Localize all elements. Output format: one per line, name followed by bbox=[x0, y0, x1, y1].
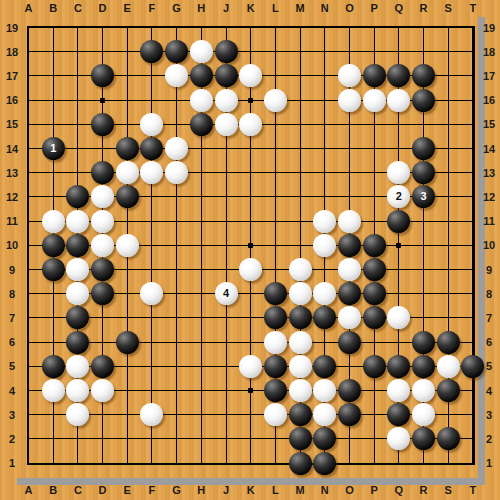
coord-label-left-4: 4 bbox=[1, 385, 23, 397]
stone-black-l4[interactable] bbox=[264, 379, 287, 402]
stone-white-h18[interactable] bbox=[190, 40, 213, 63]
stone-white-p16[interactable] bbox=[363, 89, 386, 112]
coord-label-right-3: 3 bbox=[479, 409, 499, 421]
coord-label-bottom-b: B bbox=[46, 484, 60, 496]
star-point bbox=[248, 243, 253, 248]
coord-label-bottom-l: L bbox=[268, 484, 282, 496]
coord-label-top-t: T bbox=[466, 2, 480, 14]
coord-label-left-14: 14 bbox=[1, 143, 23, 155]
stone-white-e10[interactable] bbox=[116, 234, 139, 257]
coord-label-bottom-p: P bbox=[367, 484, 381, 496]
stone-black-r6[interactable] bbox=[412, 331, 435, 354]
star-point bbox=[248, 98, 253, 103]
stone-black-l8[interactable] bbox=[264, 282, 287, 305]
move-number-label: 2 bbox=[396, 190, 402, 202]
stone-white-o16[interactable] bbox=[338, 89, 361, 112]
stone-black-j18[interactable] bbox=[215, 40, 238, 63]
stone-black-n1[interactable] bbox=[313, 452, 336, 475]
stone-white-j15[interactable] bbox=[215, 113, 238, 136]
stone-black-d9[interactable] bbox=[91, 258, 114, 281]
stone-white-s5[interactable] bbox=[437, 355, 460, 378]
stone-white-m9[interactable] bbox=[289, 258, 312, 281]
stone-white-n11[interactable] bbox=[313, 210, 336, 233]
stone-white-n10[interactable] bbox=[313, 234, 336, 257]
stone-white-q16[interactable] bbox=[387, 89, 410, 112]
stone-black-b10[interactable] bbox=[42, 234, 65, 257]
coord-label-right-19: 19 bbox=[479, 22, 499, 34]
coord-label-bottom-s: S bbox=[441, 484, 455, 496]
coord-label-right-1: 1 bbox=[479, 457, 499, 469]
coord-label-left-5: 5 bbox=[1, 360, 23, 372]
coord-label-right-15: 15 bbox=[479, 118, 499, 130]
stone-black-h15[interactable] bbox=[190, 113, 213, 136]
stone-white-d4[interactable] bbox=[91, 379, 114, 402]
stone-black-p5[interactable] bbox=[363, 355, 386, 378]
coord-label-bottom-n: N bbox=[318, 484, 332, 496]
coord-label-top-f: F bbox=[145, 2, 159, 14]
stone-black-e6[interactable] bbox=[116, 331, 139, 354]
stone-black-p9[interactable] bbox=[363, 258, 386, 281]
coord-label-right-16: 16 bbox=[479, 94, 499, 106]
coord-label-left-9: 9 bbox=[1, 264, 23, 276]
coord-label-right-4: 4 bbox=[479, 385, 499, 397]
stone-black-o3[interactable] bbox=[338, 403, 361, 426]
stone-black-o8[interactable] bbox=[338, 282, 361, 305]
stone-white-b11[interactable] bbox=[42, 210, 65, 233]
stone-black-l5[interactable] bbox=[264, 355, 287, 378]
stone-white-m6[interactable] bbox=[289, 331, 312, 354]
stone-white-d11[interactable] bbox=[91, 210, 114, 233]
coord-label-right-17: 17 bbox=[479, 70, 499, 82]
stone-black-e14[interactable] bbox=[116, 137, 139, 160]
coord-label-top-q: Q bbox=[392, 2, 406, 14]
coord-label-right-10: 10 bbox=[479, 239, 499, 251]
coord-label-bottom-a: A bbox=[22, 484, 36, 496]
coord-label-right-7: 7 bbox=[479, 312, 499, 324]
stone-black-o6[interactable] bbox=[338, 331, 361, 354]
coord-label-bottom-q: Q bbox=[392, 484, 406, 496]
stone-white-m8[interactable] bbox=[289, 282, 312, 305]
coord-label-top-a: A bbox=[22, 2, 36, 14]
coord-label-top-d: D bbox=[96, 2, 110, 14]
coord-label-left-2: 2 bbox=[1, 433, 23, 445]
coord-label-right-2: 2 bbox=[479, 433, 499, 445]
stone-black-m1[interactable] bbox=[289, 452, 312, 475]
stone-white-j8[interactable]: 4 bbox=[215, 282, 238, 305]
coord-label-left-19: 19 bbox=[1, 22, 23, 34]
coord-label-left-1: 1 bbox=[1, 457, 23, 469]
stone-black-r14[interactable] bbox=[412, 137, 435, 160]
coord-label-right-12: 12 bbox=[479, 191, 499, 203]
stone-black-j17[interactable] bbox=[215, 64, 238, 87]
stone-black-r5[interactable] bbox=[412, 355, 435, 378]
star-point bbox=[248, 388, 253, 393]
coord-label-top-k: K bbox=[244, 2, 258, 14]
move-number-label: 1 bbox=[50, 142, 56, 154]
coord-label-right-13: 13 bbox=[479, 167, 499, 179]
coord-label-left-15: 15 bbox=[1, 118, 23, 130]
coord-label-left-10: 10 bbox=[1, 239, 23, 251]
stone-black-d5[interactable] bbox=[91, 355, 114, 378]
stone-black-p10[interactable] bbox=[363, 234, 386, 257]
coord-label-bottom-t: T bbox=[466, 484, 480, 496]
stone-black-e12[interactable] bbox=[116, 185, 139, 208]
coord-label-top-m: M bbox=[293, 2, 307, 14]
coord-label-bottom-e: E bbox=[120, 484, 134, 496]
stone-black-p17[interactable] bbox=[363, 64, 386, 87]
coord-label-bottom-k: K bbox=[244, 484, 258, 496]
stone-black-o4[interactable] bbox=[338, 379, 361, 402]
stone-white-k5[interactable] bbox=[239, 355, 262, 378]
stone-white-l6[interactable] bbox=[264, 331, 287, 354]
coord-label-top-n: N bbox=[318, 2, 332, 14]
coord-label-top-r: R bbox=[417, 2, 431, 14]
coord-label-left-6: 6 bbox=[1, 336, 23, 348]
stone-white-d10[interactable] bbox=[91, 234, 114, 257]
coord-label-left-7: 7 bbox=[1, 312, 23, 324]
coord-label-left-11: 11 bbox=[1, 215, 23, 227]
stone-white-k15[interactable] bbox=[239, 113, 262, 136]
go-board-screen: AABBCCDDEEFFGGHHJJKKLLMMNNOOPPQQRRSSTT19… bbox=[0, 0, 500, 500]
stone-white-l16[interactable] bbox=[264, 89, 287, 112]
coord-label-top-l: L bbox=[268, 2, 282, 14]
stone-black-o10[interactable] bbox=[338, 234, 361, 257]
stone-black-r16[interactable] bbox=[412, 89, 435, 112]
coord-label-right-11: 11 bbox=[479, 215, 499, 227]
coord-label-bottom-o: O bbox=[342, 484, 356, 496]
coord-label-right-8: 8 bbox=[479, 288, 499, 300]
coord-label-top-o: O bbox=[342, 2, 356, 14]
coord-label-top-e: E bbox=[120, 2, 134, 14]
stone-black-s4[interactable] bbox=[437, 379, 460, 402]
coord-label-bottom-m: M bbox=[293, 484, 307, 496]
coord-label-top-h: H bbox=[194, 2, 208, 14]
stone-black-s6[interactable] bbox=[437, 331, 460, 354]
coord-label-bottom-h: H bbox=[194, 484, 208, 496]
stone-black-b9[interactable] bbox=[42, 258, 65, 281]
stone-white-j16[interactable] bbox=[215, 89, 238, 112]
star-point bbox=[100, 98, 105, 103]
coord-label-bottom-f: F bbox=[145, 484, 159, 496]
coord-label-right-14: 14 bbox=[479, 143, 499, 155]
stone-black-m3[interactable] bbox=[289, 403, 312, 426]
coord-label-left-3: 3 bbox=[1, 409, 23, 421]
stone-white-b4[interactable] bbox=[42, 379, 65, 402]
coord-label-bottom-d: D bbox=[96, 484, 110, 496]
coord-label-left-8: 8 bbox=[1, 288, 23, 300]
coord-label-top-j: J bbox=[219, 2, 233, 14]
stone-black-n5[interactable] bbox=[313, 355, 336, 378]
stone-black-p7[interactable] bbox=[363, 306, 386, 329]
move-number-label: 3 bbox=[420, 190, 426, 202]
coord-label-top-c: C bbox=[71, 2, 85, 14]
stone-white-o9[interactable] bbox=[338, 258, 361, 281]
coord-label-left-17: 17 bbox=[1, 70, 23, 82]
stone-white-e13[interactable] bbox=[116, 161, 139, 184]
stone-white-l3[interactable] bbox=[264, 403, 287, 426]
stone-black-m2[interactable] bbox=[289, 427, 312, 450]
coord-label-bottom-c: C bbox=[71, 484, 85, 496]
coord-label-left-18: 18 bbox=[1, 46, 23, 58]
coord-label-left-16: 16 bbox=[1, 94, 23, 106]
stone-black-p8[interactable] bbox=[363, 282, 386, 305]
coord-label-top-g: G bbox=[170, 2, 184, 14]
coord-label-top-b: B bbox=[46, 2, 60, 14]
move-number-label: 4 bbox=[223, 287, 229, 299]
stone-white-o11[interactable] bbox=[338, 210, 361, 233]
coord-label-right-6: 6 bbox=[479, 336, 499, 348]
stone-black-s2[interactable] bbox=[437, 427, 460, 450]
coord-label-left-13: 13 bbox=[1, 167, 23, 179]
stone-white-m5[interactable] bbox=[289, 355, 312, 378]
coord-label-left-12: 12 bbox=[1, 191, 23, 203]
coord-label-bottom-j: J bbox=[219, 484, 233, 496]
stone-black-m7[interactable] bbox=[289, 306, 312, 329]
coord-label-right-18: 18 bbox=[479, 46, 499, 58]
stone-black-q11[interactable] bbox=[387, 210, 410, 233]
stone-white-r4[interactable] bbox=[412, 379, 435, 402]
stone-black-b5[interactable] bbox=[42, 355, 65, 378]
stone-white-c11[interactable] bbox=[66, 210, 89, 233]
coord-label-right-9: 9 bbox=[479, 264, 499, 276]
coord-label-top-s: S bbox=[441, 2, 455, 14]
stone-black-b14[interactable]: 1 bbox=[42, 137, 65, 160]
coord-label-bottom-r: R bbox=[417, 484, 431, 496]
stone-white-g14[interactable] bbox=[165, 137, 188, 160]
stone-black-q5[interactable] bbox=[387, 355, 410, 378]
stone-white-h16[interactable] bbox=[190, 89, 213, 112]
coord-label-top-p: P bbox=[367, 2, 381, 14]
stone-black-c6[interactable] bbox=[66, 331, 89, 354]
stone-white-m4[interactable] bbox=[289, 379, 312, 402]
coord-label-bottom-g: G bbox=[170, 484, 184, 496]
star-point bbox=[396, 243, 401, 248]
stone-black-d15[interactable] bbox=[91, 113, 114, 136]
